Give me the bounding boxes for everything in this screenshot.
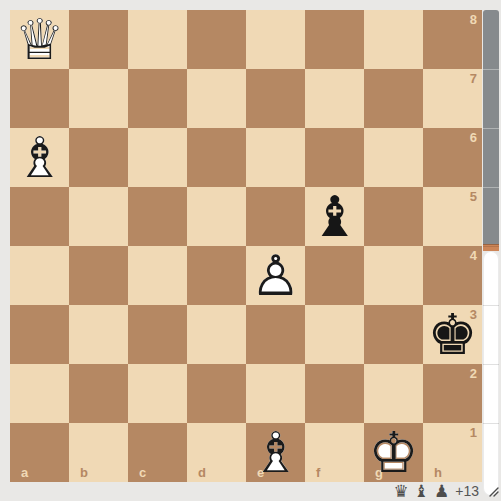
square-b1[interactable]: b xyxy=(69,423,128,482)
piece-outline-layer: ♙ xyxy=(250,246,300,305)
rank-label-6: 6 xyxy=(470,130,477,145)
square-g6[interactable] xyxy=(364,128,423,187)
square-e1[interactable]: e♝♗ xyxy=(246,423,305,482)
square-a2[interactable] xyxy=(10,364,69,423)
rank-label-8: 8 xyxy=(470,12,477,27)
square-f4[interactable] xyxy=(305,246,364,305)
square-h3[interactable]: 3♚ xyxy=(423,305,482,364)
square-d6[interactable] xyxy=(187,128,246,187)
chess-board: ♛♕87♝♗6♝5♟♙43♚2abcde♝♗fg♚♔h1 xyxy=(10,10,482,482)
page-background: ♛♕87♝♗6♝5♟♙43♚2abcde♝♗fg♚♔h1 ♛♝♟ +13 xyxy=(0,0,501,501)
square-h2[interactable]: 2 xyxy=(423,364,482,423)
square-b7[interactable] xyxy=(69,69,128,128)
square-a3[interactable] xyxy=(10,305,69,364)
piece-wP-e4[interactable]: ♟♙ xyxy=(246,246,305,305)
piece-bK-h3[interactable]: ♚ xyxy=(423,305,482,364)
rank-label-5: 5 xyxy=(470,189,477,204)
square-g1[interactable]: g♚♔ xyxy=(364,423,423,482)
square-h8[interactable]: 8 xyxy=(423,10,482,69)
square-d1[interactable]: d xyxy=(187,423,246,482)
square-e6[interactable] xyxy=(246,128,305,187)
square-e8[interactable] xyxy=(246,10,305,69)
piece-wK-g1[interactable]: ♚♔ xyxy=(364,423,423,482)
board-resize-handle-icon[interactable] xyxy=(485,483,499,497)
square-f2[interactable] xyxy=(305,364,364,423)
square-e3[interactable] xyxy=(246,305,305,364)
square-h6[interactable]: 6 xyxy=(423,128,482,187)
rank-label-7: 7 xyxy=(470,71,477,86)
square-b3[interactable] xyxy=(69,305,128,364)
file-label-a: a xyxy=(21,465,28,480)
square-f1[interactable]: f xyxy=(305,423,364,482)
file-label-h: h xyxy=(434,465,442,480)
square-h5[interactable]: 5 xyxy=(423,187,482,246)
piece-bB-f5[interactable]: ♝ xyxy=(305,187,364,246)
square-f7[interactable] xyxy=(305,69,364,128)
square-a6[interactable]: ♝♗ xyxy=(10,128,69,187)
captured-pawn-icon: ♟ xyxy=(434,482,449,500)
square-c2[interactable] xyxy=(128,364,187,423)
square-e4[interactable]: ♟♙ xyxy=(246,246,305,305)
piece-outline-layer: ♔ xyxy=(368,423,418,482)
piece-outline-layer: ♗ xyxy=(250,423,300,482)
eval-gauge-marker xyxy=(483,244,499,251)
rank-label-4: 4 xyxy=(470,248,477,263)
square-h4[interactable]: 4 xyxy=(423,246,482,305)
file-label-d: d xyxy=(198,465,206,480)
rank-label-2: 2 xyxy=(470,366,477,381)
piece-wB-a6[interactable]: ♝♗ xyxy=(10,128,69,187)
piece-wQ-a8[interactable]: ♛♕ xyxy=(10,10,69,69)
rank-label-1: 1 xyxy=(470,425,477,440)
square-c6[interactable] xyxy=(128,128,187,187)
piece-glyph: ♝ xyxy=(309,187,359,246)
square-g3[interactable] xyxy=(364,305,423,364)
square-a7[interactable] xyxy=(10,69,69,128)
file-label-b: b xyxy=(80,465,88,480)
square-d3[interactable] xyxy=(187,305,246,364)
material-advantage-label: +13 xyxy=(455,483,479,499)
piece-wB-e1[interactable]: ♝♗ xyxy=(246,423,305,482)
eval-gauge xyxy=(483,10,499,496)
square-b4[interactable] xyxy=(69,246,128,305)
square-g5[interactable] xyxy=(364,187,423,246)
square-e2[interactable] xyxy=(246,364,305,423)
square-c8[interactable] xyxy=(128,10,187,69)
square-a4[interactable] xyxy=(10,246,69,305)
square-c4[interactable] xyxy=(128,246,187,305)
piece-glyph: ♚ xyxy=(427,305,477,364)
square-d2[interactable] xyxy=(187,364,246,423)
square-c1[interactable]: c xyxy=(128,423,187,482)
square-b6[interactable] xyxy=(69,128,128,187)
eval-gauge-white-section xyxy=(483,251,499,496)
square-c5[interactable] xyxy=(128,187,187,246)
square-e5[interactable] xyxy=(246,187,305,246)
square-d8[interactable] xyxy=(187,10,246,69)
square-g4[interactable] xyxy=(364,246,423,305)
square-h1[interactable]: h1 xyxy=(423,423,482,482)
square-d4[interactable] xyxy=(187,246,246,305)
square-h7[interactable]: 7 xyxy=(423,69,482,128)
square-d5[interactable] xyxy=(187,187,246,246)
square-f5[interactable]: ♝ xyxy=(305,187,364,246)
square-a8[interactable]: ♛♕ xyxy=(10,10,69,69)
square-b2[interactable] xyxy=(69,364,128,423)
square-a1[interactable]: a xyxy=(10,423,69,482)
square-b8[interactable] xyxy=(69,10,128,69)
square-g2[interactable] xyxy=(364,364,423,423)
square-c3[interactable] xyxy=(128,305,187,364)
piece-outline-layer: ♗ xyxy=(14,128,64,187)
square-e7[interactable] xyxy=(246,69,305,128)
piece-outline-layer: ♕ xyxy=(14,10,64,69)
square-b5[interactable] xyxy=(69,187,128,246)
square-f3[interactable] xyxy=(305,305,364,364)
square-f8[interactable] xyxy=(305,10,364,69)
square-a5[interactable] xyxy=(10,187,69,246)
square-g8[interactable] xyxy=(364,10,423,69)
square-d7[interactable] xyxy=(187,69,246,128)
square-f6[interactable] xyxy=(305,128,364,187)
eval-gauge-black-section xyxy=(483,10,499,244)
square-c7[interactable] xyxy=(128,69,187,128)
file-label-f: f xyxy=(316,465,320,480)
file-label-c: c xyxy=(139,465,146,480)
square-g7[interactable] xyxy=(364,69,423,128)
